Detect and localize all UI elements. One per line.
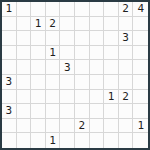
cell-r2-c5[interactable] — [60, 17, 75, 32]
cell-r4-c9[interactable] — [119, 46, 134, 61]
cell-r5-c3[interactable] — [31, 60, 46, 75]
clue-cell-r9-c10[interactable]: 1 — [133, 119, 148, 134]
cell-r4-c5[interactable] — [60, 46, 75, 61]
cell-r8-c7[interactable] — [90, 104, 105, 119]
clue-cell-r9-c6[interactable]: 2 — [75, 119, 90, 134]
cell-r10-c8[interactable] — [104, 133, 119, 148]
cell-r2-c2[interactable] — [17, 17, 32, 32]
cell-r10-c6[interactable] — [75, 133, 90, 148]
cell-r3-c1[interactable] — [2, 31, 17, 46]
cell-r5-c6[interactable] — [75, 60, 90, 75]
cell-r4-c3[interactable] — [31, 46, 46, 61]
cell-r3-c5[interactable] — [60, 31, 75, 46]
cell-r4-c8[interactable] — [104, 46, 119, 61]
cell-r2-c8[interactable] — [104, 17, 119, 32]
cell-r5-c8[interactable] — [104, 60, 119, 75]
cell-r4-c7[interactable] — [90, 46, 105, 61]
cell-r9-c3[interactable] — [31, 119, 46, 134]
cell-r9-c4[interactable] — [46, 119, 61, 134]
cell-r8-c8[interactable] — [104, 104, 119, 119]
cell-r1-c6[interactable] — [75, 2, 90, 17]
cell-r2-c9[interactable] — [119, 17, 134, 32]
cell-r9-c9[interactable] — [119, 119, 134, 134]
cell-r3-c10[interactable] — [133, 31, 148, 46]
cell-r6-c6[interactable] — [75, 75, 90, 90]
cell-r6-c2[interactable] — [17, 75, 32, 90]
puzzle-board: 124123133123211 — [0, 0, 150, 150]
cell-r5-c4[interactable] — [46, 60, 61, 75]
clue-cell-r6-c1[interactable]: 3 — [2, 75, 17, 90]
cell-r3-c7[interactable] — [90, 31, 105, 46]
clue-cell-r2-c4[interactable]: 2 — [46, 17, 61, 32]
clue-cell-r8-c1[interactable]: 3 — [2, 104, 17, 119]
cell-r1-c4[interactable] — [46, 2, 61, 17]
cell-r7-c10[interactable] — [133, 90, 148, 105]
cell-r10-c10[interactable] — [133, 133, 148, 148]
cell-r7-c7[interactable] — [90, 90, 105, 105]
cell-r5-c9[interactable] — [119, 60, 134, 75]
cell-r2-c7[interactable] — [90, 17, 105, 32]
cell-r5-c2[interactable] — [17, 60, 32, 75]
cell-r1-c8[interactable] — [104, 2, 119, 17]
cell-r9-c7[interactable] — [90, 119, 105, 134]
cell-r1-c3[interactable] — [31, 2, 46, 17]
cell-r3-c4[interactable] — [46, 31, 61, 46]
cell-r7-c5[interactable] — [60, 90, 75, 105]
cell-r9-c5[interactable] — [60, 119, 75, 134]
cell-r5-c10[interactable] — [133, 60, 148, 75]
cell-r9-c2[interactable] — [17, 119, 32, 134]
clue-cell-r1-c9[interactable]: 2 — [119, 2, 134, 17]
cell-r3-c8[interactable] — [104, 31, 119, 46]
cell-r8-c10[interactable] — [133, 104, 148, 119]
cell-r4-c1[interactable] — [2, 46, 17, 61]
cell-r7-c3[interactable] — [31, 90, 46, 105]
cell-r7-c2[interactable] — [17, 90, 32, 105]
cell-r8-c2[interactable] — [17, 104, 32, 119]
cell-r8-c5[interactable] — [60, 104, 75, 119]
clue-cell-r5-c5[interactable]: 3 — [60, 60, 75, 75]
clue-cell-r7-c8[interactable]: 1 — [104, 90, 119, 105]
cell-r5-c7[interactable] — [90, 60, 105, 75]
cell-r9-c1[interactable] — [2, 119, 17, 134]
cell-r10-c1[interactable] — [2, 133, 17, 148]
cell-r6-c8[interactable] — [104, 75, 119, 90]
cell-r7-c1[interactable] — [2, 90, 17, 105]
cell-r7-c4[interactable] — [46, 90, 61, 105]
cell-r1-c2[interactable] — [17, 2, 32, 17]
clue-cell-r1-c1[interactable]: 1 — [2, 2, 17, 17]
cell-r6-c3[interactable] — [31, 75, 46, 90]
cell-r10-c2[interactable] — [17, 133, 32, 148]
cell-r6-c9[interactable] — [119, 75, 134, 90]
cell-r10-c7[interactable] — [90, 133, 105, 148]
cell-r6-c10[interactable] — [133, 75, 148, 90]
cell-r10-c5[interactable] — [60, 133, 75, 148]
cell-r2-c10[interactable] — [133, 17, 148, 32]
cell-r4-c10[interactable] — [133, 46, 148, 61]
cell-r10-c9[interactable] — [119, 133, 134, 148]
clue-cell-r10-c4[interactable]: 1 — [46, 133, 61, 148]
cell-r6-c5[interactable] — [60, 75, 75, 90]
clue-cell-r1-c10[interactable]: 4 — [133, 2, 148, 17]
cell-r8-c4[interactable] — [46, 104, 61, 119]
cell-r8-c3[interactable] — [31, 104, 46, 119]
cell-r4-c6[interactable] — [75, 46, 90, 61]
clue-cell-r7-c9[interactable]: 2 — [119, 90, 134, 105]
cell-r1-c7[interactable] — [90, 2, 105, 17]
cell-r8-c9[interactable] — [119, 104, 134, 119]
cell-r3-c2[interactable] — [17, 31, 32, 46]
clue-cell-r2-c3[interactable]: 1 — [31, 17, 46, 32]
cell-r3-c6[interactable] — [75, 31, 90, 46]
cell-r1-c5[interactable] — [60, 2, 75, 17]
cell-r5-c1[interactable] — [2, 60, 17, 75]
cell-r7-c6[interactable] — [75, 90, 90, 105]
cell-r10-c3[interactable] — [31, 133, 46, 148]
cell-r6-c4[interactable] — [46, 75, 61, 90]
clue-cell-r3-c9[interactable]: 3 — [119, 31, 134, 46]
clue-cell-r4-c4[interactable]: 1 — [46, 46, 61, 61]
cell-r3-c3[interactable] — [31, 31, 46, 46]
cell-r6-c7[interactable] — [90, 75, 105, 90]
cell-r2-c6[interactable] — [75, 17, 90, 32]
cell-r9-c8[interactable] — [104, 119, 119, 134]
cell-r8-c6[interactable] — [75, 104, 90, 119]
cell-r2-c1[interactable] — [2, 17, 17, 32]
cell-r4-c2[interactable] — [17, 46, 32, 61]
